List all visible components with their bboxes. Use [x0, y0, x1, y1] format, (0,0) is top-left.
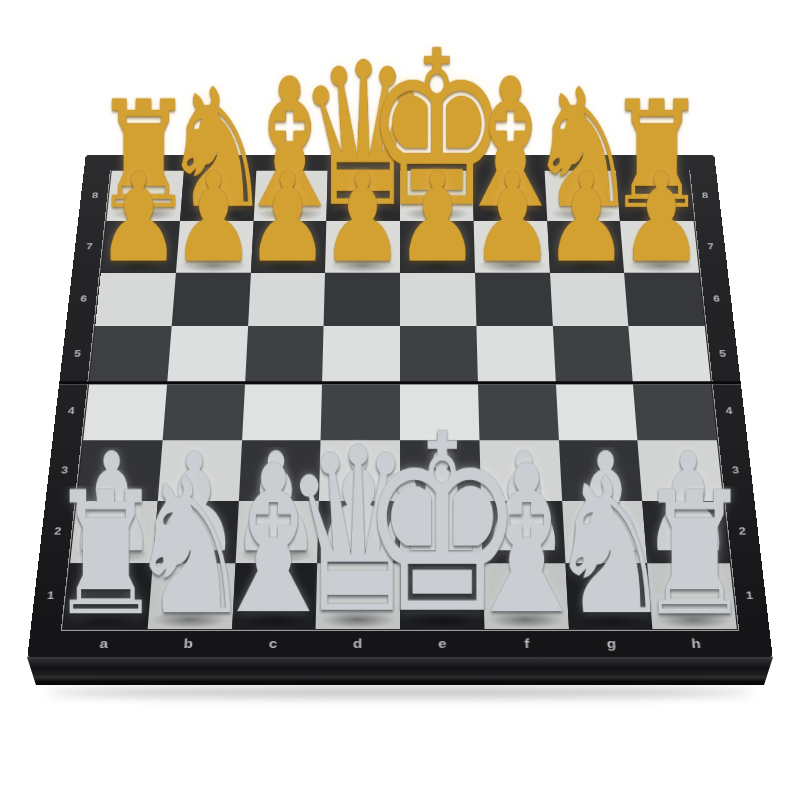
- piece-gold-pawn-c7[interactable]: ♟: [246, 167, 330, 269]
- square-c7[interactable]: ♟: [250, 221, 326, 273]
- file-label-d: d: [315, 633, 400, 654]
- piece-anchor-h7: ♟: [620, 221, 699, 273]
- square-d6[interactable]: [324, 272, 400, 326]
- file-label-a: a: [60, 633, 147, 654]
- board-squares: ♜♞♝♛♚♝♞♜♟♟♟♟♟♟♟♟♟♟♟♟♟♟♟♟♜♞♝♛♚♝♞♜: [63, 171, 737, 629]
- square-c5[interactable]: [245, 326, 324, 382]
- square-g6[interactable]: [550, 272, 629, 326]
- board-shadow: [46, 687, 754, 698]
- square-e7[interactable]: ♟: [400, 221, 475, 273]
- square-h5[interactable]: [629, 326, 711, 382]
- piece-anchor-c7: ♟: [250, 221, 326, 273]
- square-f5[interactable]: [476, 326, 555, 382]
- rank-label-6: 6: [703, 272, 730, 326]
- board-front-edge: [27, 657, 773, 685]
- square-a6[interactable]: [95, 272, 175, 326]
- rank-label-5: 5: [709, 326, 737, 382]
- piece-silver-knight-g1[interactable]: ♞: [547, 471, 674, 625]
- rank-label-5: 5: [63, 326, 91, 382]
- piece-anchor-f7: ♟: [473, 221, 549, 273]
- square-e1[interactable]: ♚: [400, 563, 484, 629]
- file-label-g: g: [569, 633, 655, 654]
- square-b6[interactable]: [171, 272, 250, 326]
- piece-gold-pawn-d7[interactable]: ♟: [321, 167, 405, 269]
- square-f7[interactable]: ♟: [473, 221, 549, 273]
- piece-gold-pawn-g7[interactable]: ♟: [545, 167, 629, 269]
- square-d7[interactable]: ♟: [325, 221, 400, 273]
- square-d5[interactable]: [322, 326, 400, 382]
- piece-anchor-g7: ♟: [547, 221, 625, 273]
- piece-anchor-d7: ♟: [325, 221, 400, 273]
- square-a7[interactable]: ♟: [101, 221, 180, 273]
- square-e5[interactable]: [400, 326, 478, 382]
- file-label-b: b: [145, 633, 231, 654]
- square-b5[interactable]: [167, 326, 248, 382]
- file-label-h: h: [653, 633, 740, 654]
- piece-gold-pawn-h7[interactable]: ♟: [619, 167, 703, 269]
- piece-anchor-g1: ♞: [565, 563, 653, 629]
- square-b7[interactable]: ♟: [176, 221, 254, 273]
- piece-silver-king-e1[interactable]: ♚: [359, 424, 525, 625]
- piece-anchor-a7: ♟: [101, 221, 180, 273]
- square-h7[interactable]: ♟: [620, 221, 699, 273]
- piece-gold-pawn-e7[interactable]: ♟: [395, 167, 479, 269]
- piece-gold-pawn-b7[interactable]: ♟: [171, 167, 255, 269]
- square-g5[interactable]: [552, 326, 633, 382]
- file-label-f: f: [484, 633, 569, 654]
- square-h6[interactable]: [624, 272, 704, 326]
- square-f6[interactable]: [475, 272, 553, 326]
- chess-board[interactable]: ♜♞♝♛♚♝♞♜♟♟♟♟♟♟♟♟♟♟♟♟♟♟♟♟♜♞♝♛♚♝♞♜ 8765432…: [27, 155, 773, 659]
- piece-gold-pawn-a7[interactable]: ♟: [96, 167, 180, 269]
- piece-anchor-e7: ♟: [400, 221, 475, 273]
- rank-label-6: 6: [70, 272, 97, 326]
- piece-anchor-e1: ♚: [400, 563, 484, 629]
- square-c6[interactable]: [248, 272, 326, 326]
- file-label-c: c: [230, 633, 315, 654]
- piece-anchor-b7: ♟: [176, 221, 254, 273]
- product-photo-scene: ♜♞♝♛♚♝♞♜♟♟♟♟♟♟♟♟♟♟♟♟♟♟♟♟♜♞♝♛♚♝♞♜ 8765432…: [0, 0, 800, 800]
- piece-gold-pawn-f7[interactable]: ♟: [470, 167, 554, 269]
- square-b1[interactable]: ♞: [147, 563, 235, 629]
- square-a5[interactable]: [89, 326, 171, 382]
- file-labels-bottom: abcdefgh: [60, 633, 739, 654]
- square-g7[interactable]: ♟: [547, 221, 625, 273]
- square-g1[interactable]: ♞: [565, 563, 653, 629]
- square-e6[interactable]: [400, 272, 476, 326]
- file-label-e: e: [400, 633, 485, 654]
- piece-silver-knight-b1[interactable]: ♞: [126, 471, 253, 625]
- piece-anchor-b1: ♞: [147, 563, 235, 629]
